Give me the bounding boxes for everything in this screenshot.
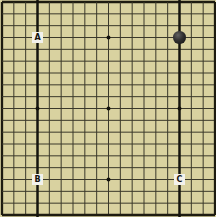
intersection-F7[interactable] [55,138,67,150]
intersection-E17[interactable] [43,20,55,32]
intersection-T3[interactable] [209,185,216,197]
intersection-A16[interactable] [0,32,8,44]
intersection-L3[interactable] [114,185,126,197]
intersection-K10[interactable] [103,103,115,115]
intersection-N1[interactable] [138,209,150,217]
intersection-J15[interactable] [91,43,103,55]
intersection-P4[interactable] [162,174,174,186]
intersection-J4[interactable] [91,174,103,186]
intersection-H15[interactable] [79,43,91,55]
intersection-H3[interactable] [79,185,91,197]
intersection-N15[interactable] [138,43,150,55]
intersection-H2[interactable] [79,197,91,209]
intersection-C3[interactable] [20,185,32,197]
intersection-Q19[interactable] [174,0,186,8]
intersection-C13[interactable] [20,67,32,79]
intersection-L14[interactable] [114,55,126,67]
intersection-G4[interactable] [67,174,79,186]
intersection-E7[interactable] [43,138,55,150]
intersection-D8[interactable] [32,126,44,138]
intersection-P15[interactable] [162,43,174,55]
intersection-G14[interactable] [67,55,79,67]
intersection-E9[interactable] [43,114,55,126]
intersection-P9[interactable] [162,114,174,126]
intersection-B4[interactable] [8,174,20,186]
intersection-F14[interactable] [55,55,67,67]
intersection-D14[interactable] [32,55,44,67]
intersection-E12[interactable] [43,79,55,91]
intersection-L5[interactable] [114,162,126,174]
intersection-C5[interactable] [20,162,32,174]
intersection-B13[interactable] [8,67,20,79]
intersection-G18[interactable] [67,8,79,20]
intersection-K18[interactable] [103,8,115,20]
intersection-F2[interactable] [55,197,67,209]
intersection-F17[interactable] [55,20,67,32]
intersection-T13[interactable] [209,67,216,79]
intersection-N11[interactable] [138,91,150,103]
intersection-P12[interactable] [162,79,174,91]
intersection-A13[interactable] [0,67,8,79]
intersection-L17[interactable] [114,20,126,32]
intersection-G1[interactable] [67,209,79,217]
intersection-Q5[interactable] [174,162,186,174]
intersection-H4[interactable] [79,174,91,186]
intersection-H9[interactable] [79,114,91,126]
intersection-R6[interactable] [185,150,197,162]
intersection-G17[interactable] [67,20,79,32]
intersection-G7[interactable] [67,138,79,150]
intersection-J10[interactable] [91,103,103,115]
intersection-T18[interactable] [209,8,216,20]
intersection-J9[interactable] [91,114,103,126]
intersection-N2[interactable] [138,197,150,209]
intersection-S14[interactable] [197,55,209,67]
intersection-J5[interactable] [91,162,103,174]
intersection-S10[interactable] [197,103,209,115]
intersection-R19[interactable] [185,0,197,8]
intersection-A18[interactable] [0,8,8,20]
intersection-E19[interactable] [43,0,55,8]
intersection-D12[interactable] [32,79,44,91]
intersection-E2[interactable] [43,197,55,209]
intersection-A9[interactable] [0,114,8,126]
intersection-L4[interactable] [114,174,126,186]
intersection-N9[interactable] [138,114,150,126]
intersection-C6[interactable] [20,150,32,162]
intersection-J12[interactable] [91,79,103,91]
intersection-B8[interactable] [8,126,20,138]
intersection-J14[interactable] [91,55,103,67]
intersection-T10[interactable] [209,103,216,115]
intersection-G12[interactable] [67,79,79,91]
intersection-N6[interactable] [138,150,150,162]
intersection-F18[interactable] [55,8,67,20]
intersection-C17[interactable] [20,20,32,32]
intersection-K7[interactable] [103,138,115,150]
intersection-A1[interactable] [0,209,8,217]
intersection-M19[interactable] [126,0,138,8]
intersection-L11[interactable] [114,91,126,103]
intersection-D5[interactable] [32,162,44,174]
intersection-N13[interactable] [138,67,150,79]
intersection-J2[interactable] [91,197,103,209]
intersection-H13[interactable] [79,67,91,79]
intersection-Q11[interactable] [174,91,186,103]
intersection-G5[interactable] [67,162,79,174]
intersection-E3[interactable] [43,185,55,197]
intersection-F6[interactable] [55,150,67,162]
intersection-K16[interactable] [103,32,115,44]
intersection-M3[interactable] [126,185,138,197]
intersection-H16[interactable] [79,32,91,44]
intersection-A10[interactable] [0,103,8,115]
intersection-Q13[interactable] [174,67,186,79]
intersection-F4[interactable] [55,174,67,186]
intersection-M9[interactable] [126,114,138,126]
intersection-F9[interactable] [55,114,67,126]
intersection-N4[interactable] [138,174,150,186]
intersection-D1[interactable] [32,209,44,217]
intersection-S19[interactable] [197,0,209,8]
intersection-K12[interactable] [103,79,115,91]
intersection-E13[interactable] [43,67,55,79]
intersection-A4[interactable] [0,174,8,186]
intersection-P11[interactable] [162,91,174,103]
intersection-S11[interactable] [197,91,209,103]
intersection-H6[interactable] [79,150,91,162]
intersection-L6[interactable] [114,150,126,162]
intersection-C14[interactable] [20,55,32,67]
intersection-Q8[interactable] [174,126,186,138]
intersection-D4[interactable]: B [32,174,44,186]
intersection-Q15[interactable] [174,43,186,55]
intersection-M5[interactable] [126,162,138,174]
intersection-L13[interactable] [114,67,126,79]
intersection-A11[interactable] [0,91,8,103]
intersection-R8[interactable] [185,126,197,138]
intersection-N19[interactable] [138,0,150,8]
intersection-Q18[interactable] [174,8,186,20]
intersection-E11[interactable] [43,91,55,103]
intersection-P8[interactable] [162,126,174,138]
intersection-O18[interactable] [150,8,162,20]
intersection-J3[interactable] [91,185,103,197]
intersection-T17[interactable] [209,20,216,32]
intersection-A14[interactable] [0,55,8,67]
intersection-L19[interactable] [114,0,126,8]
intersection-M13[interactable] [126,67,138,79]
intersection-P10[interactable] [162,103,174,115]
intersection-M15[interactable] [126,43,138,55]
intersection-C1[interactable] [20,209,32,217]
intersection-O12[interactable] [150,79,162,91]
intersection-F13[interactable] [55,67,67,79]
intersection-O10[interactable] [150,103,162,115]
intersection-S5[interactable] [197,162,209,174]
intersection-P18[interactable] [162,8,174,20]
intersection-S6[interactable] [197,150,209,162]
intersection-N16[interactable] [138,32,150,44]
intersection-R11[interactable] [185,91,197,103]
intersection-G3[interactable] [67,185,79,197]
intersection-A3[interactable] [0,185,8,197]
intersection-B1[interactable] [8,209,20,217]
intersection-J13[interactable] [91,67,103,79]
intersection-R17[interactable] [185,20,197,32]
intersection-Q2[interactable] [174,197,186,209]
intersection-L12[interactable] [114,79,126,91]
intersection-H7[interactable] [79,138,91,150]
intersection-P17[interactable] [162,20,174,32]
intersection-E14[interactable] [43,55,55,67]
intersection-B14[interactable] [8,55,20,67]
intersection-K1[interactable] [103,209,115,217]
intersection-N10[interactable] [138,103,150,115]
intersection-R12[interactable] [185,79,197,91]
intersection-D7[interactable] [32,138,44,150]
intersection-J7[interactable] [91,138,103,150]
intersection-G6[interactable] [67,150,79,162]
intersection-B10[interactable] [8,103,20,115]
intersection-P5[interactable] [162,162,174,174]
intersection-H8[interactable] [79,126,91,138]
intersection-C12[interactable] [20,79,32,91]
intersection-B11[interactable] [8,91,20,103]
intersection-T1[interactable] [209,209,216,217]
intersection-M17[interactable] [126,20,138,32]
intersection-S3[interactable] [197,185,209,197]
intersection-S8[interactable] [197,126,209,138]
intersection-C19[interactable] [20,0,32,8]
intersection-N3[interactable] [138,185,150,197]
intersection-H5[interactable] [79,162,91,174]
intersection-L18[interactable] [114,8,126,20]
intersection-Q1[interactable] [174,209,186,217]
intersection-K9[interactable] [103,114,115,126]
intersection-O13[interactable] [150,67,162,79]
intersection-E18[interactable] [43,8,55,20]
intersection-T19[interactable] [209,0,216,8]
intersection-B3[interactable] [8,185,20,197]
intersection-M10[interactable] [126,103,138,115]
intersection-C10[interactable] [20,103,32,115]
intersection-B15[interactable] [8,43,20,55]
intersection-C11[interactable] [20,91,32,103]
intersection-S9[interactable] [197,114,209,126]
intersection-K8[interactable] [103,126,115,138]
intersection-M16[interactable] [126,32,138,44]
intersection-S13[interactable] [197,67,209,79]
intersection-T7[interactable] [209,138,216,150]
intersection-C15[interactable] [20,43,32,55]
intersection-C7[interactable] [20,138,32,150]
intersection-L2[interactable] [114,197,126,209]
intersection-L16[interactable] [114,32,126,44]
intersection-Q9[interactable] [174,114,186,126]
intersection-T4[interactable] [209,174,216,186]
intersection-S18[interactable] [197,8,209,20]
intersection-T5[interactable] [209,162,216,174]
intersection-D9[interactable] [32,114,44,126]
intersection-O2[interactable] [150,197,162,209]
intersection-D3[interactable] [32,185,44,197]
intersection-K6[interactable] [103,150,115,162]
intersection-P1[interactable] [162,209,174,217]
intersection-G13[interactable] [67,67,79,79]
intersection-Q3[interactable] [174,185,186,197]
intersection-A6[interactable] [0,150,8,162]
intersection-T6[interactable] [209,150,216,162]
intersection-F1[interactable] [55,209,67,217]
intersection-D11[interactable] [32,91,44,103]
intersection-F5[interactable] [55,162,67,174]
intersection-T14[interactable] [209,55,216,67]
intersection-P14[interactable] [162,55,174,67]
intersection-O9[interactable] [150,114,162,126]
intersection-K15[interactable] [103,43,115,55]
intersection-R3[interactable] [185,185,197,197]
intersection-J18[interactable] [91,8,103,20]
intersection-C16[interactable] [20,32,32,44]
intersection-G9[interactable] [67,114,79,126]
intersection-E8[interactable] [43,126,55,138]
intersection-R14[interactable] [185,55,197,67]
intersection-K2[interactable] [103,197,115,209]
intersection-A5[interactable] [0,162,8,174]
intersection-J17[interactable] [91,20,103,32]
intersection-B6[interactable] [8,150,20,162]
intersection-Q16[interactable] [174,32,186,44]
intersection-J6[interactable] [91,150,103,162]
intersection-N14[interactable] [138,55,150,67]
intersection-F16[interactable] [55,32,67,44]
intersection-D17[interactable] [32,20,44,32]
intersection-O14[interactable] [150,55,162,67]
intersection-S16[interactable] [197,32,209,44]
intersection-G11[interactable] [67,91,79,103]
intersection-O3[interactable] [150,185,162,197]
intersection-N7[interactable] [138,138,150,150]
intersection-T16[interactable] [209,32,216,44]
intersection-M2[interactable] [126,197,138,209]
intersection-F10[interactable] [55,103,67,115]
intersection-M1[interactable] [126,209,138,217]
intersection-B12[interactable] [8,79,20,91]
intersection-O7[interactable] [150,138,162,150]
intersection-L10[interactable] [114,103,126,115]
intersection-H19[interactable] [79,0,91,8]
intersection-G2[interactable] [67,197,79,209]
intersection-H12[interactable] [79,79,91,91]
intersection-H17[interactable] [79,20,91,32]
intersection-R16[interactable] [185,32,197,44]
intersection-J8[interactable] [91,126,103,138]
intersection-T8[interactable] [209,126,216,138]
intersection-M6[interactable] [126,150,138,162]
intersection-R4[interactable] [185,174,197,186]
intersection-L9[interactable] [114,114,126,126]
intersection-O5[interactable] [150,162,162,174]
intersection-R2[interactable] [185,197,197,209]
intersection-H14[interactable] [79,55,91,67]
intersection-S1[interactable] [197,209,209,217]
intersection-C2[interactable] [20,197,32,209]
intersection-O11[interactable] [150,91,162,103]
intersection-O15[interactable] [150,43,162,55]
intersection-D15[interactable] [32,43,44,55]
intersection-Q12[interactable] [174,79,186,91]
intersection-B7[interactable] [8,138,20,150]
intersection-R9[interactable] [185,114,197,126]
intersection-P2[interactable] [162,197,174,209]
intersection-L8[interactable] [114,126,126,138]
intersection-G8[interactable] [67,126,79,138]
intersection-H11[interactable] [79,91,91,103]
intersection-A8[interactable] [0,126,8,138]
intersection-S17[interactable] [197,20,209,32]
intersection-M7[interactable] [126,138,138,150]
intersection-C8[interactable] [20,126,32,138]
intersection-N17[interactable] [138,20,150,32]
intersection-P13[interactable] [162,67,174,79]
intersection-E1[interactable] [43,209,55,217]
intersection-F12[interactable] [55,79,67,91]
intersection-H1[interactable] [79,209,91,217]
intersection-K4[interactable] [103,174,115,186]
intersection-Q7[interactable] [174,138,186,150]
intersection-C4[interactable] [20,174,32,186]
intersection-T11[interactable] [209,91,216,103]
intersection-M4[interactable] [126,174,138,186]
intersection-P3[interactable] [162,185,174,197]
intersection-L1[interactable] [114,209,126,217]
intersection-A12[interactable] [0,79,8,91]
intersection-A19[interactable] [0,0,8,8]
intersection-J19[interactable] [91,0,103,8]
intersection-Q10[interactable] [174,103,186,115]
intersection-O4[interactable] [150,174,162,186]
intersection-E4[interactable] [43,174,55,186]
intersection-P7[interactable] [162,138,174,150]
intersection-M12[interactable] [126,79,138,91]
intersection-M18[interactable] [126,8,138,20]
intersection-B19[interactable] [8,0,20,8]
intersection-B18[interactable] [8,8,20,20]
intersection-Q4[interactable]: C [174,174,186,186]
intersection-R1[interactable] [185,209,197,217]
intersection-T15[interactable] [209,43,216,55]
intersection-O8[interactable] [150,126,162,138]
intersection-D19[interactable] [32,0,44,8]
intersection-S7[interactable] [197,138,209,150]
intersection-S12[interactable] [197,79,209,91]
intersection-G15[interactable] [67,43,79,55]
intersection-O16[interactable] [150,32,162,44]
intersection-Q6[interactable] [174,150,186,162]
intersection-Q17[interactable] [174,20,186,32]
intersection-B17[interactable] [8,20,20,32]
intersection-R18[interactable] [185,8,197,20]
intersection-B2[interactable] [8,197,20,209]
intersection-D16[interactable]: A [32,32,44,44]
intersection-J1[interactable] [91,209,103,217]
intersection-R15[interactable] [185,43,197,55]
intersection-D18[interactable] [32,8,44,20]
intersection-F19[interactable] [55,0,67,8]
intersection-R5[interactable] [185,162,197,174]
intersection-B16[interactable] [8,32,20,44]
